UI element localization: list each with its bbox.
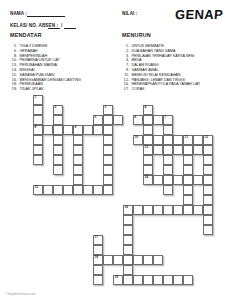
down-clue: 17.CORAK: [122, 87, 228, 92]
grid-cell[interactable]: [53, 125, 63, 135]
grid-cell[interactable]: 18: [93, 255, 103, 265]
crossword-grid: 12345678910111213141516171819: [33, 95, 213, 285]
grid-cell[interactable]: [53, 185, 63, 195]
cell-clue-number: 3: [105, 106, 107, 109]
grid-cell[interactable]: [103, 125, 113, 135]
grid-cell[interactable]: [53, 145, 63, 155]
grid-cell[interactable]: 7: [163, 115, 173, 125]
grid-cell[interactable]: [153, 145, 163, 155]
cell-clue-number: 10: [135, 136, 138, 139]
grid-cell[interactable]: [83, 125, 93, 135]
grid-cell[interactable]: 12: [203, 135, 213, 145]
grid-cell[interactable]: [203, 205, 213, 215]
grid-cell[interactable]: [33, 105, 43, 115]
grid-cell[interactable]: [183, 205, 193, 215]
grid-cell[interactable]: [133, 255, 143, 265]
grid-cell[interactable]: [183, 175, 193, 185]
grid-cell[interactable]: [123, 225, 133, 235]
grid-cell[interactable]: [73, 175, 83, 185]
grid-cell[interactable]: [53, 115, 63, 125]
genap-logo: GENAP: [174, 7, 223, 22]
nilai-label: NILAI :: [122, 11, 138, 16]
grid-cell[interactable]: [183, 275, 193, 285]
grid-cell[interactable]: [63, 125, 73, 135]
grid-cell[interactable]: [73, 185, 83, 195]
grid-cell[interactable]: 16: [123, 205, 133, 215]
cell-clue-number: 2: [55, 106, 57, 109]
grid-cell[interactable]: [83, 185, 93, 195]
grid-cell[interactable]: [163, 275, 173, 285]
name-blank-line: [27, 11, 65, 17]
cell-clue-number: 5: [95, 116, 97, 119]
grid-cell[interactable]: [143, 165, 153, 175]
grid-cell[interactable]: [203, 155, 213, 165]
grid-cell[interactable]: [153, 115, 163, 125]
grid-cell[interactable]: [173, 135, 183, 145]
grid-cell[interactable]: [93, 125, 103, 135]
grid-cell[interactable]: 1: [33, 95, 43, 105]
grid-cell[interactable]: [173, 175, 183, 185]
grid-cell[interactable]: [123, 265, 133, 275]
grid-cell[interactable]: [103, 135, 113, 145]
clue-text: TIDAK JIPLAK: [20, 87, 44, 92]
grid-cell[interactable]: [203, 145, 213, 155]
grid-cell[interactable]: 13: [143, 145, 153, 155]
grid-cell[interactable]: 14: [143, 175, 153, 185]
grid-cell[interactable]: [163, 155, 173, 165]
across-clue: 19.TIDAK JIPLAK: [10, 87, 118, 92]
grid-cell[interactable]: [123, 275, 133, 285]
grid-cell[interactable]: [153, 205, 163, 215]
grid-cell[interactable]: [193, 135, 203, 145]
grid-cell[interactable]: [143, 135, 153, 145]
grid-cell[interactable]: [193, 175, 203, 185]
grid-cell[interactable]: [103, 255, 113, 265]
grid-cell[interactable]: [173, 145, 183, 155]
grid-cell[interactable]: [163, 205, 173, 215]
grid-cell[interactable]: [143, 255, 153, 265]
grid-cell[interactable]: [203, 175, 213, 185]
grid-cell[interactable]: 9: [73, 125, 83, 135]
grid-cell[interactable]: [203, 225, 213, 235]
grid-cell[interactable]: [153, 275, 163, 285]
worksheet-page: { "game": "crossword", "header": { "name…: [0, 0, 231, 300]
grid-cell[interactable]: [93, 185, 103, 195]
grid-cell[interactable]: [43, 125, 53, 135]
grid-cell[interactable]: [73, 135, 83, 145]
grid-cell[interactable]: [203, 215, 213, 225]
across-clue-list: 5.TIGA 3 DIMENSI6.GERABAH8.MEMPERINDAH10…: [10, 44, 118, 92]
grid-cell[interactable]: [33, 155, 43, 165]
cell-clue-number: 13: [145, 146, 148, 149]
grid-cell[interactable]: [193, 205, 203, 215]
cell-clue-number: 1: [35, 96, 37, 99]
grid-cell[interactable]: [33, 115, 43, 125]
grid-cell[interactable]: [183, 145, 193, 155]
grid-cell[interactable]: 15: [33, 185, 43, 195]
grid-cell[interactable]: [73, 165, 83, 175]
cell-clue-number: 7: [165, 116, 167, 119]
grid-cell[interactable]: [143, 125, 153, 135]
grid-cell[interactable]: 4: [143, 105, 153, 115]
grid-cell[interactable]: [43, 185, 53, 195]
grid-cell[interactable]: [113, 255, 123, 265]
grid-cell[interactable]: [143, 115, 153, 125]
grid-cell[interactable]: [103, 185, 113, 195]
grid-cell[interactable]: [163, 175, 173, 185]
grid-cell[interactable]: [103, 165, 113, 175]
grid-cell[interactable]: [133, 205, 143, 215]
cell-clue-number: 16: [125, 206, 128, 209]
grid-cell[interactable]: [183, 155, 193, 165]
kelas-separator: /: [61, 23, 62, 28]
grid-cell[interactable]: 3: [103, 105, 113, 115]
clue-number-label: 19.: [10, 87, 20, 92]
kelas-blank-line-1: [48, 23, 60, 29]
grid-cell[interactable]: [33, 135, 43, 145]
grid-cell[interactable]: 11: [183, 135, 193, 145]
footer-credit: ©JelajahInformasi.com: [5, 292, 36, 296]
grid-cell[interactable]: [163, 135, 173, 145]
grid-cell[interactable]: 10: [133, 135, 143, 145]
grid-cell[interactable]: [193, 145, 203, 155]
grid-cell[interactable]: [173, 275, 183, 285]
grid-cell[interactable]: 8: [33, 125, 43, 135]
grid-cell[interactable]: [143, 275, 153, 285]
cell-clue-number: 4: [145, 106, 147, 109]
grid-cell[interactable]: [123, 215, 133, 225]
cell-clue-number: 8: [35, 126, 37, 129]
grid-cell[interactable]: [113, 115, 123, 125]
grid-cell[interactable]: 19: [113, 275, 123, 285]
grid-cell[interactable]: [53, 165, 63, 175]
grid-cell[interactable]: [203, 185, 213, 195]
grid-cell[interactable]: [73, 145, 83, 155]
grid-cell[interactable]: 6: [133, 115, 143, 125]
clue-text: CORAK: [132, 87, 145, 92]
grid-cell[interactable]: [93, 265, 103, 275]
grid-cell[interactable]: [123, 255, 133, 265]
grid-cell[interactable]: [123, 235, 133, 245]
grid-cell[interactable]: 2: [53, 105, 63, 115]
grid-cell[interactable]: 17: [93, 235, 103, 245]
clue-number-label: 17.: [122, 87, 132, 92]
grid-cell[interactable]: [123, 245, 133, 255]
cell-clue-number: 12: [205, 136, 208, 139]
grid-cell[interactable]: [103, 145, 113, 155]
grid-cell[interactable]: [33, 145, 43, 155]
cell-clue-number: 14: [145, 176, 148, 179]
grid-cell[interactable]: [143, 155, 153, 165]
grid-cell[interactable]: [163, 125, 173, 135]
grid-cell[interactable]: [163, 145, 173, 155]
grid-cell[interactable]: [163, 185, 173, 195]
grid-cell[interactable]: [203, 195, 213, 205]
cell-clue-number: 15: [35, 186, 38, 189]
cell-clue-number: 18: [95, 256, 98, 259]
grid-cell[interactable]: [53, 135, 63, 145]
grid-cell[interactable]: [163, 165, 173, 175]
grid-cell[interactable]: [63, 185, 73, 195]
grid-cell[interactable]: [73, 155, 83, 165]
grid-cell[interactable]: [143, 205, 153, 215]
cell-clue-number: 6: [135, 116, 137, 119]
grid-cell[interactable]: [183, 165, 193, 175]
grid-cell[interactable]: [53, 155, 63, 165]
grid-cell[interactable]: [153, 255, 163, 265]
grid-cell[interactable]: [183, 195, 193, 205]
kelas-blank-line-2: [64, 23, 76, 29]
grid-cell[interactable]: [103, 155, 113, 165]
down-clue-list: 1.UNTUK MEMBATIK2.DUA BAHAN YANG SAMA3.P…: [122, 44, 228, 92]
grid-cell[interactable]: [93, 245, 103, 255]
grid-cell[interactable]: [153, 135, 163, 145]
cell-clue-number: 19: [115, 276, 118, 279]
grid-cell[interactable]: [103, 115, 113, 125]
grid-cell[interactable]: [133, 275, 143, 285]
grid-cell[interactable]: [183, 185, 193, 195]
cell-clue-number: 11: [185, 136, 188, 139]
cell-clue-number: 9: [75, 126, 77, 129]
grid-cell[interactable]: [173, 205, 183, 215]
grid-cell[interactable]: [93, 275, 103, 285]
grid-cell[interactable]: [153, 175, 163, 185]
name-label: NAMA :: [10, 11, 27, 16]
down-header: MENURUN: [122, 32, 151, 38]
grid-cell[interactable]: [203, 165, 213, 175]
across-header: MENDATAR: [10, 32, 42, 38]
grid-cell[interactable]: [103, 175, 113, 185]
cell-clue-number: 17: [95, 236, 98, 239]
grid-cell[interactable]: 5: [93, 115, 103, 125]
